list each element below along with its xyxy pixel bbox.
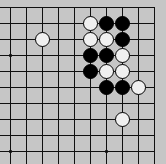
intersection[interactable]: [82, 127, 98, 143]
white-stone[interactable]: ○: [99, 64, 114, 79]
intersection[interactable]: [50, 15, 66, 31]
intersection[interactable]: [66, 63, 82, 79]
intersection[interactable]: [146, 47, 162, 63]
intersection[interactable]: ●: [98, 15, 114, 31]
board-intersection-grid: ○●●○○○●●●○●○○●●○○: [2, 0, 162, 159]
black-stone[interactable]: ●: [99, 16, 114, 31]
black-stone[interactable]: ●: [115, 80, 130, 95]
intersection[interactable]: [50, 79, 66, 95]
intersection[interactable]: [98, 95, 114, 111]
intersection[interactable]: [66, 31, 82, 47]
intersection[interactable]: ○: [98, 63, 114, 79]
intersection[interactable]: ○: [82, 31, 98, 47]
intersection[interactable]: [2, 79, 18, 95]
intersection[interactable]: ○: [114, 63, 130, 79]
intersection[interactable]: [34, 127, 50, 143]
black-stone[interactable]: ●: [99, 80, 114, 95]
white-stone[interactable]: ○: [99, 32, 114, 47]
intersection[interactable]: [66, 47, 82, 63]
intersection[interactable]: [146, 143, 162, 159]
intersection[interactable]: [34, 95, 50, 111]
intersection[interactable]: [2, 111, 18, 127]
intersection[interactable]: [18, 47, 34, 63]
intersection[interactable]: [146, 31, 162, 47]
black-stone[interactable]: ●: [115, 16, 130, 31]
intersection[interactable]: [130, 15, 146, 31]
intersection[interactable]: [66, 111, 82, 127]
intersection[interactable]: [2, 0, 18, 15]
intersection[interactable]: [18, 63, 34, 79]
intersection[interactable]: [82, 111, 98, 127]
intersection[interactable]: [146, 15, 162, 31]
intersection[interactable]: ●: [114, 15, 130, 31]
intersection[interactable]: [34, 47, 50, 63]
intersection[interactable]: [130, 111, 146, 127]
intersection[interactable]: [18, 111, 34, 127]
intersection[interactable]: [130, 47, 146, 63]
intersection[interactable]: [98, 111, 114, 127]
intersection[interactable]: ○: [114, 47, 130, 63]
intersection[interactable]: [50, 0, 66, 15]
intersection[interactable]: ○: [82, 15, 98, 31]
intersection[interactable]: [2, 47, 18, 63]
intersection[interactable]: [18, 79, 34, 95]
intersection[interactable]: [50, 143, 66, 159]
intersection[interactable]: [82, 0, 98, 15]
intersection[interactable]: [146, 111, 162, 127]
white-stone[interactable]: ○: [115, 48, 130, 63]
intersection[interactable]: ●: [114, 31, 130, 47]
intersection[interactable]: [2, 31, 18, 47]
intersection[interactable]: [50, 31, 66, 47]
intersection[interactable]: [146, 127, 162, 143]
intersection[interactable]: [82, 95, 98, 111]
intersection[interactable]: [2, 127, 18, 143]
intersection[interactable]: [114, 95, 130, 111]
black-stone[interactable]: ●: [115, 32, 130, 47]
intersection[interactable]: ●: [82, 47, 98, 63]
intersection[interactable]: [50, 47, 66, 63]
intersection[interactable]: [130, 0, 146, 15]
black-stone[interactable]: ●: [99, 48, 114, 63]
intersection[interactable]: [50, 63, 66, 79]
intersection[interactable]: [66, 0, 82, 15]
intersection[interactable]: [2, 143, 18, 159]
intersection[interactable]: [66, 15, 82, 31]
black-stone[interactable]: ●: [83, 64, 98, 79]
white-stone[interactable]: ○: [83, 16, 98, 31]
intersection[interactable]: ●: [98, 79, 114, 95]
intersection[interactable]: [130, 127, 146, 143]
intersection[interactable]: [98, 127, 114, 143]
intersection[interactable]: [146, 0, 162, 15]
intersection[interactable]: [66, 143, 82, 159]
white-stone[interactable]: ○: [115, 112, 130, 127]
white-stone[interactable]: ○: [83, 32, 98, 47]
go-board[interactable]: ○●●○○○●●●○●○○●●○○: [0, 0, 166, 164]
intersection[interactable]: ●: [82, 63, 98, 79]
star-point: [9, 150, 12, 153]
intersection[interactable]: [2, 15, 18, 31]
intersection[interactable]: [18, 31, 34, 47]
intersection[interactable]: [146, 63, 162, 79]
intersection[interactable]: [130, 63, 146, 79]
white-stone[interactable]: ○: [35, 32, 50, 47]
intersection[interactable]: [34, 143, 50, 159]
intersection[interactable]: [130, 143, 146, 159]
intersection[interactable]: [2, 63, 18, 79]
intersection[interactable]: [18, 143, 34, 159]
intersection[interactable]: [114, 127, 130, 143]
intersection[interactable]: [146, 79, 162, 95]
intersection[interactable]: [98, 143, 114, 159]
intersection[interactable]: [114, 143, 130, 159]
intersection[interactable]: [34, 0, 50, 15]
intersection[interactable]: ○: [130, 79, 146, 95]
intersection[interactable]: [66, 95, 82, 111]
intersection[interactable]: [34, 63, 50, 79]
intersection[interactable]: ○: [98, 31, 114, 47]
intersection[interactable]: ●: [114, 79, 130, 95]
intersection[interactable]: ●: [98, 47, 114, 63]
intersection[interactable]: [34, 15, 50, 31]
star-point: [9, 54, 12, 57]
intersection[interactable]: [114, 0, 130, 15]
intersection[interactable]: [18, 127, 34, 143]
intersection[interactable]: [146, 95, 162, 111]
star-point: [105, 150, 108, 153]
intersection[interactable]: [66, 127, 82, 143]
intersection[interactable]: [18, 95, 34, 111]
intersection[interactable]: [18, 15, 34, 31]
intersection[interactable]: [50, 111, 66, 127]
intersection[interactable]: [34, 111, 50, 127]
intersection[interactable]: [18, 0, 34, 15]
black-stone[interactable]: ●: [83, 48, 98, 63]
intersection[interactable]: [98, 0, 114, 15]
intersection[interactable]: ○: [34, 31, 50, 47]
intersection[interactable]: [82, 143, 98, 159]
intersection[interactable]: [130, 31, 146, 47]
intersection[interactable]: [82, 79, 98, 95]
white-stone[interactable]: ○: [131, 80, 146, 95]
white-stone[interactable]: ○: [115, 64, 130, 79]
intersection[interactable]: [130, 95, 146, 111]
intersection[interactable]: [66, 79, 82, 95]
intersection[interactable]: [2, 95, 18, 111]
intersection[interactable]: [50, 95, 66, 111]
intersection[interactable]: [34, 79, 50, 95]
intersection[interactable]: [50, 127, 66, 143]
intersection[interactable]: ○: [114, 111, 130, 127]
